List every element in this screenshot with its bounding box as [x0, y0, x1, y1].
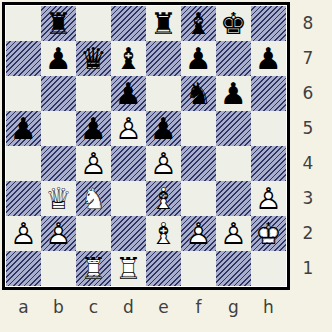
piece-white-pawn[interactable]: ♟♙: [146, 146, 181, 181]
piece-black-pawn[interactable]: ♟: [76, 111, 111, 146]
square-h4[interactable]: [251, 146, 286, 181]
piece-black-bishop[interactable]: ♝: [111, 41, 146, 76]
piece-white-pawn[interactable]: ♟♙: [251, 181, 286, 216]
square-h3[interactable]: ♟♙: [251, 181, 286, 216]
square-e2[interactable]: ♝♗: [146, 216, 181, 251]
piece-glyph: ♜: [41, 6, 76, 41]
piece-glyph: ♖: [76, 251, 111, 286]
piece-glyph: ♚: [216, 6, 251, 41]
piece-glyph: ♙: [111, 111, 146, 146]
piece-black-pawn[interactable]: ♟: [111, 76, 146, 111]
piece-glyph: ♗: [146, 181, 181, 216]
square-d1[interactable]: ♜♖: [111, 251, 146, 286]
piece-glyph: ♟: [216, 76, 251, 111]
square-f4[interactable]: [181, 146, 216, 181]
square-b5[interactable]: [41, 111, 76, 146]
piece-white-pawn[interactable]: ♟♙: [6, 216, 41, 251]
piece-glyph: ♗: [146, 216, 181, 251]
square-h5[interactable]: [251, 111, 286, 146]
square-b6[interactable]: [41, 76, 76, 111]
piece-glyph: ♙: [6, 216, 41, 251]
square-b2[interactable]: ♟♙: [41, 216, 76, 251]
square-g2[interactable]: ♟♙: [216, 216, 251, 251]
square-e3[interactable]: ♝♗: [146, 181, 181, 216]
square-c3[interactable]: ♞♘: [76, 181, 111, 216]
piece-white-pawn[interactable]: ♟♙: [216, 216, 251, 251]
piece-glyph: ♟: [41, 41, 76, 76]
file-label-c: c: [76, 292, 111, 322]
square-f5[interactable]: [181, 111, 216, 146]
square-f2[interactable]: ♟♙: [181, 216, 216, 251]
piece-black-queen[interactable]: ♛: [76, 41, 111, 76]
square-d6[interactable]: ♟: [111, 76, 146, 111]
square-c7[interactable]: ♛: [76, 41, 111, 76]
square-h1[interactable]: [251, 251, 286, 286]
square-a5[interactable]: ♟: [6, 111, 41, 146]
piece-white-rook[interactable]: ♜♖: [76, 251, 111, 286]
piece-glyph: ♘: [76, 181, 111, 216]
file-label-a: a: [6, 292, 41, 322]
piece-white-pawn[interactable]: ♟♙: [181, 216, 216, 251]
piece-white-pawn[interactable]: ♟♙: [111, 111, 146, 146]
square-a1[interactable]: [6, 251, 41, 286]
piece-black-pawn[interactable]: ♟: [181, 41, 216, 76]
square-d3[interactable]: [111, 181, 146, 216]
piece-glyph: ♙: [41, 216, 76, 251]
piece-glyph: ♛: [76, 41, 111, 76]
square-a7[interactable]: [6, 41, 41, 76]
file-label-b: b: [41, 292, 76, 322]
piece-white-knight[interactable]: ♞♘: [76, 181, 111, 216]
piece-glyph: ♞: [181, 76, 216, 111]
file-coordinates: abcdefgh: [6, 292, 286, 322]
rank-label-5: 5: [293, 111, 323, 146]
square-d2[interactable]: [111, 216, 146, 251]
chess-board-frame: ♜♜♝♚♟♛♝♟♟♟♞♟♟♟♟♙♟♟♙♟♙♛♕♞♘♝♗♟♙♟♙♟♙♝♗♟♙♟♙♚…: [2, 2, 290, 290]
piece-glyph: ♟: [111, 76, 146, 111]
square-h7[interactable]: ♟: [251, 41, 286, 76]
piece-white-king[interactable]: ♚♔: [251, 216, 286, 251]
square-a6[interactable]: [6, 76, 41, 111]
square-e7[interactable]: [146, 41, 181, 76]
piece-black-pawn[interactable]: ♟: [146, 111, 181, 146]
piece-black-rook[interactable]: ♜: [41, 6, 76, 41]
square-b4[interactable]: [41, 146, 76, 181]
square-h6[interactable]: [251, 76, 286, 111]
piece-glyph: ♙: [251, 181, 286, 216]
square-g6[interactable]: ♟: [216, 76, 251, 111]
square-c8[interactable]: [76, 6, 111, 41]
square-g8[interactable]: ♚: [216, 6, 251, 41]
square-e1[interactable]: [146, 251, 181, 286]
piece-black-pawn[interactable]: ♟: [6, 111, 41, 146]
piece-glyph: ♟: [181, 41, 216, 76]
square-d4[interactable]: [111, 146, 146, 181]
square-b3[interactable]: ♛♕: [41, 181, 76, 216]
file-label-e: e: [146, 292, 181, 322]
file-label-g: g: [216, 292, 251, 322]
piece-glyph: ♕: [41, 181, 76, 216]
piece-glyph: ♟: [6, 111, 41, 146]
square-c6[interactable]: [76, 76, 111, 111]
piece-glyph: ♙: [146, 146, 181, 181]
piece-glyph: ♟: [146, 111, 181, 146]
square-f6[interactable]: ♞: [181, 76, 216, 111]
piece-white-rook[interactable]: ♜♖: [111, 251, 146, 286]
square-a2[interactable]: ♟♙: [6, 216, 41, 251]
piece-black-rook[interactable]: ♜: [146, 6, 181, 41]
piece-glyph: ♜: [146, 6, 181, 41]
piece-glyph: ♟: [251, 41, 286, 76]
piece-glyph: ♖: [111, 251, 146, 286]
file-label-d: d: [111, 292, 146, 322]
rank-label-3: 3: [293, 181, 323, 216]
piece-glyph: ♔: [251, 216, 286, 251]
square-c2[interactable]: [76, 216, 111, 251]
file-label-f: f: [181, 292, 216, 322]
square-a4[interactable]: [6, 146, 41, 181]
file-label-h: h: [251, 292, 286, 322]
piece-black-pawn[interactable]: ♟: [216, 76, 251, 111]
piece-glyph: ♝: [181, 6, 216, 41]
rank-label-1: 1: [293, 251, 323, 286]
square-e5[interactable]: ♟: [146, 111, 181, 146]
square-h8[interactable]: [251, 6, 286, 41]
square-e6[interactable]: [146, 76, 181, 111]
square-e4[interactable]: ♟♙: [146, 146, 181, 181]
piece-glyph: ♝: [111, 41, 146, 76]
chess-board: ♜♜♝♚♟♛♝♟♟♟♞♟♟♟♟♙♟♟♙♟♙♛♕♞♘♝♗♟♙♟♙♟♙♝♗♟♙♟♙♚…: [6, 6, 286, 286]
chess-diagram: ♜♜♝♚♟♛♝♟♟♟♞♟♟♟♟♙♟♟♙♟♙♛♕♞♘♝♗♟♙♟♙♟♙♝♗♟♙♟♙♚…: [0, 0, 332, 332]
rank-label-6: 6: [293, 76, 323, 111]
square-g7[interactable]: [216, 41, 251, 76]
square-b1[interactable]: [41, 251, 76, 286]
square-f7[interactable]: ♟: [181, 41, 216, 76]
square-a3[interactable]: [6, 181, 41, 216]
square-f8[interactable]: ♝: [181, 6, 216, 41]
rank-coordinates: 87654321: [293, 6, 323, 286]
square-c1[interactable]: ♜♖: [76, 251, 111, 286]
square-f1[interactable]: [181, 251, 216, 286]
piece-black-king[interactable]: ♚: [216, 6, 251, 41]
piece-white-pawn[interactable]: ♟♙: [76, 146, 111, 181]
square-d8[interactable]: [111, 6, 146, 41]
rank-label-7: 7: [293, 41, 323, 76]
piece-black-bishop[interactable]: ♝: [181, 6, 216, 41]
piece-glyph: ♙: [181, 216, 216, 251]
square-g5[interactable]: [216, 111, 251, 146]
square-g1[interactable]: [216, 251, 251, 286]
square-c5[interactable]: ♟: [76, 111, 111, 146]
piece-black-pawn[interactable]: ♟: [41, 41, 76, 76]
rank-label-8: 8: [293, 6, 323, 41]
square-d7[interactable]: ♝: [111, 41, 146, 76]
rank-label-4: 4: [293, 146, 323, 181]
square-b7[interactable]: ♟: [41, 41, 76, 76]
piece-black-knight[interactable]: ♞: [181, 76, 216, 111]
piece-black-pawn[interactable]: ♟: [251, 41, 286, 76]
piece-glyph: ♙: [216, 216, 251, 251]
piece-white-pawn[interactable]: ♟♙: [41, 216, 76, 251]
rank-label-2: 2: [293, 216, 323, 251]
piece-glyph: ♟: [76, 111, 111, 146]
piece-white-bishop[interactable]: ♝♗: [146, 181, 181, 216]
square-d5[interactable]: ♟♙: [111, 111, 146, 146]
square-b8[interactable]: ♜: [41, 6, 76, 41]
piece-glyph: ♙: [76, 146, 111, 181]
square-h2[interactable]: ♚♔: [251, 216, 286, 251]
square-e8[interactable]: ♜: [146, 6, 181, 41]
square-g4[interactable]: [216, 146, 251, 181]
square-f3[interactable]: [181, 181, 216, 216]
piece-white-bishop[interactable]: ♝♗: [146, 216, 181, 251]
piece-white-queen[interactable]: ♛♕: [41, 181, 76, 216]
square-a8[interactable]: [6, 6, 41, 41]
square-c4[interactable]: ♟♙: [76, 146, 111, 181]
square-g3[interactable]: [216, 181, 251, 216]
